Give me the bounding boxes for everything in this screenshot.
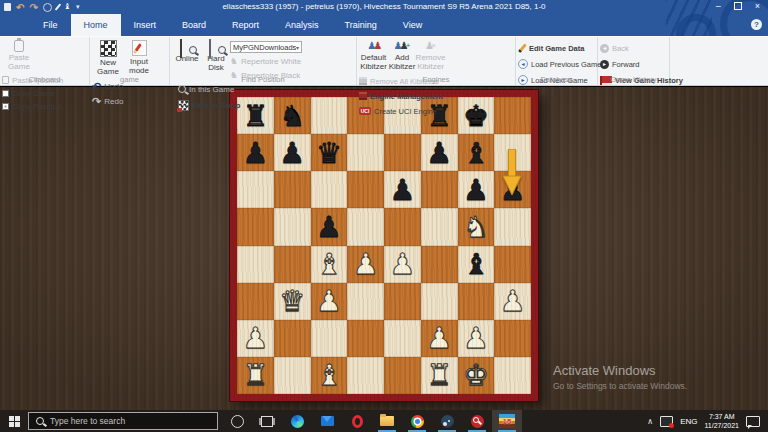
board-square-f6[interactable] xyxy=(421,171,458,208)
taskbar: Type here to search 15 ∧ ENG 7:37 AM 11/… xyxy=(0,410,768,432)
white-king[interactable]: ♚ xyxy=(463,357,489,393)
new-game-icon xyxy=(100,40,117,57)
key-app-button[interactable] xyxy=(462,410,492,432)
black-rook[interactable]: ♜ xyxy=(242,98,268,134)
board-square-g5[interactable]: ♞ xyxy=(458,208,495,245)
white-pawn[interactable]: ♟ xyxy=(353,246,379,282)
board-square-c8[interactable] xyxy=(311,97,348,134)
black-bishop[interactable]: ♝ xyxy=(463,246,489,282)
white-rook[interactable]: ♜ xyxy=(426,357,452,393)
board-square-h1[interactable] xyxy=(494,357,531,394)
chrome-icon xyxy=(411,415,424,428)
white-queen[interactable]: ♛ xyxy=(279,283,305,319)
board-square-a8[interactable]: ♜ xyxy=(237,97,274,134)
paste-icon xyxy=(14,40,24,52)
board-grid: ♜♞♜♚♟♟♛♟♝♟♟♟♟♞♝♟♟♝♛♟♟♟♟♟♜♝♜♚ xyxy=(237,97,531,394)
black-pawn[interactable]: ♟ xyxy=(426,135,452,171)
pgn-combo-value: MyPGNDownloads xyxy=(233,43,296,52)
create-uci-engine-button[interactable]: UCI Create UCI Engine xyxy=(359,105,443,117)
board-square-h7[interactable] xyxy=(494,134,531,171)
board-square-f5[interactable] xyxy=(421,208,458,245)
black-pawn[interactable]: ♟ xyxy=(242,135,268,171)
paste-game-button[interactable]: Paste Game xyxy=(2,39,36,72)
board-square-h5[interactable] xyxy=(494,208,531,245)
black-queen[interactable]: ♛ xyxy=(316,135,342,171)
white-knight[interactable]: ♞ xyxy=(463,209,489,245)
search-placeholder: Type here to search xyxy=(50,416,125,426)
back-button[interactable]: ◂ Back xyxy=(600,42,683,54)
board-square-a6[interactable] xyxy=(237,171,274,208)
board-square-c4[interactable]: ♝ xyxy=(311,246,348,283)
board-square-c5[interactable]: ♟ xyxy=(311,208,348,245)
board-square-h2[interactable] xyxy=(494,320,531,357)
board-square-b2[interactable] xyxy=(274,320,311,357)
white-pawn[interactable]: ♟ xyxy=(463,320,489,356)
black-pawn[interactable]: ♟ xyxy=(279,135,305,171)
quick-access-toolbar: ↶ ↷ ♝ ▾ xyxy=(4,1,79,13)
white-pawn[interactable]: ♟ xyxy=(316,283,342,319)
board-square-h8[interactable] xyxy=(494,97,531,134)
white-pawn[interactable]: ♟ xyxy=(389,246,415,282)
tab-analysis[interactable]: Analysis xyxy=(272,14,332,36)
repertoire-white-button[interactable]: ♞ Repertoire White xyxy=(230,55,302,67)
board-square-c1[interactable]: ♝ xyxy=(311,357,348,394)
group-game: New Game Input mode ↶ Undo ↷ Redo game xyxy=(90,37,170,85)
board-square-d4[interactable]: ♟ xyxy=(347,246,384,283)
clock[interactable]: 7:37 AM 11/27/2021 xyxy=(704,412,739,430)
board-square-h6[interactable]: ♟ xyxy=(494,171,531,208)
black-knight[interactable]: ♞ xyxy=(279,98,305,134)
board-square-e1[interactable] xyxy=(384,357,421,394)
black-king[interactable]: ♚ xyxy=(463,98,489,134)
chess-board: ♜♞♜♚♟♟♛♟♝♟♟♟♟♞♝♟♟♝♛♟♟♟♟♟♜♝♜♚ xyxy=(230,90,538,401)
default-kibitzer-icon: ♟♟ xyxy=(368,40,380,52)
white-rook[interactable]: ♜ xyxy=(242,357,268,393)
board-square-a2[interactable]: ♟ xyxy=(237,320,274,357)
key-app-icon xyxy=(471,415,484,428)
repertoire-white-icon: ♞ xyxy=(230,57,238,66)
engine-management-icon xyxy=(359,92,367,100)
close-button[interactable]: × xyxy=(755,1,760,11)
tray-recorder-icon[interactable] xyxy=(660,416,673,427)
gear-icon[interactable] xyxy=(43,3,52,12)
board-square-g7[interactable]: ♝ xyxy=(458,134,495,171)
black-pawn[interactable]: ♟ xyxy=(500,172,526,208)
edit-game-data-button[interactable]: Edit Game Data xyxy=(518,42,601,54)
in-this-game-icon xyxy=(178,85,186,93)
board-square-g3[interactable] xyxy=(458,283,495,320)
undo-icon[interactable]: ↶ xyxy=(16,2,24,13)
board-square-d7[interactable] xyxy=(347,134,384,171)
board-square-a5[interactable] xyxy=(237,208,274,245)
load-previous-game-button[interactable]: ◂ Load Previous Game xyxy=(518,58,601,70)
board-square-b4[interactable] xyxy=(274,246,311,283)
search-icon xyxy=(36,417,44,425)
board-square-d1[interactable] xyxy=(347,357,384,394)
back-icon: ◂ xyxy=(600,44,609,53)
board-square-h4[interactable] xyxy=(494,246,531,283)
board-square-f3[interactable] xyxy=(421,283,458,320)
edge-icon xyxy=(291,415,304,428)
copy-position-button[interactable]: Copy Position xyxy=(2,100,63,112)
search-input[interactable]: Type here to search xyxy=(28,412,218,430)
white-pawn[interactable]: ♟ xyxy=(500,283,526,319)
steam-icon xyxy=(441,415,454,428)
tray-time: 7:37 AM xyxy=(709,413,735,420)
board-square-g6[interactable]: ♟ xyxy=(458,171,495,208)
board-square-b3[interactable]: ♛ xyxy=(274,283,311,320)
black-pawn[interactable]: ♟ xyxy=(316,209,342,245)
taskbar-icons: 15 xyxy=(222,410,522,432)
tab-home[interactable]: Home xyxy=(71,14,121,36)
remove-kibitzer-icon: ♟× xyxy=(425,40,436,52)
copy-position-icon xyxy=(2,103,9,110)
cortana-icon xyxy=(231,415,244,428)
board-square-g1[interactable]: ♚ xyxy=(458,357,495,394)
tab-insert[interactable]: Insert xyxy=(121,14,170,36)
ribbon: Paste Game Paste Position Copy Game Copy… xyxy=(0,36,768,86)
board-square-b5[interactable] xyxy=(274,208,311,245)
input-mode-button[interactable]: Input mode xyxy=(124,39,154,77)
edit-game-data-icon xyxy=(518,44,526,52)
board-square-f7[interactable]: ♟ xyxy=(421,134,458,171)
bishop-icon[interactable]: ♝ xyxy=(64,2,71,12)
board-square-d3[interactable] xyxy=(347,283,384,320)
find-in-shop-icon xyxy=(178,100,189,111)
system-tray: ∧ ENG 7:37 AM 11/27/2021 xyxy=(647,410,768,432)
white-pawn[interactable]: ♟ xyxy=(426,320,452,356)
ribbon-tabs: File Home Insert Board Report Analysis T… xyxy=(0,14,768,36)
board-square-d2[interactable] xyxy=(347,320,384,357)
board-square-c3[interactable]: ♟ xyxy=(311,283,348,320)
board-square-c6[interactable] xyxy=(311,171,348,208)
input-mode-icon xyxy=(132,40,147,56)
new-game-button[interactable]: New Game xyxy=(92,39,124,77)
copy-game-icon xyxy=(2,90,9,97)
restore-button[interactable] xyxy=(734,2,742,10)
board-square-h3[interactable]: ♟ xyxy=(494,283,531,320)
board-square-b7[interactable]: ♟ xyxy=(274,134,311,171)
board-square-d6[interactable] xyxy=(347,171,384,208)
board-square-g4[interactable]: ♝ xyxy=(458,246,495,283)
add-kibitzer-button[interactable]: ♟♟+ Add Kibitzer xyxy=(388,39,416,72)
hard-disk-icon xyxy=(209,40,224,53)
board-square-e3[interactable] xyxy=(384,283,421,320)
mail-icon xyxy=(321,416,334,426)
board-square-a4[interactable] xyxy=(237,246,274,283)
desktop: ↶ ↷ ♝ ▾ eliaschess333 (1957) - petreius … xyxy=(0,0,768,432)
board-square-e5[interactable] xyxy=(384,208,421,245)
group-clipboard: Paste Game Paste Position Copy Game Copy… xyxy=(0,37,90,85)
file-explorer-icon xyxy=(380,416,394,426)
board-square-e7[interactable] xyxy=(384,134,421,171)
board-square-e2[interactable] xyxy=(384,320,421,357)
opera-icon xyxy=(352,415,363,428)
pgn-combo[interactable]: MyPGNDownloads▾ xyxy=(230,41,302,53)
group-game-history: ◂ Back ▸ Forward View Game History Game … xyxy=(598,37,670,85)
redo-button[interactable]: ↷ Redo xyxy=(92,95,123,107)
pen-icon[interactable] xyxy=(54,3,61,10)
steam-button[interactable] xyxy=(432,410,462,432)
task-view-button[interactable] xyxy=(252,410,282,432)
qat-dropdown-icon[interactable]: ▾ xyxy=(76,3,80,11)
file-explorer-button[interactable] xyxy=(372,410,402,432)
action-center-icon[interactable] xyxy=(746,416,760,427)
combo-dropdown-icon[interactable]: ▾ xyxy=(296,44,299,51)
tab-training[interactable]: Training xyxy=(332,14,390,36)
opera-button[interactable] xyxy=(342,410,372,432)
language-indicator[interactable]: ENG xyxy=(680,417,697,426)
save-icon[interactable] xyxy=(4,3,11,11)
group-find-position: Online Hard Disk MyPGNDownloads▾ ♞ Reper… xyxy=(170,37,357,85)
redo-arrow-icon: ↷ xyxy=(92,96,101,106)
board-square-a1[interactable]: ♜ xyxy=(237,357,274,394)
group-engines: ♟♟ Default Kibitzer ♟♟+ Add Kibitzer ♟× … xyxy=(357,37,516,85)
activate-windows-watermark: Activate Windows Go to Settings to activ… xyxy=(553,363,687,391)
board-square-g2[interactable]: ♟ xyxy=(458,320,495,357)
engine-management-button[interactable]: Engine Management xyxy=(359,90,443,102)
board-square-b1[interactable] xyxy=(274,357,311,394)
board-square-c2[interactable] xyxy=(311,320,348,357)
board-square-b8[interactable]: ♞ xyxy=(274,97,311,134)
tab-board[interactable]: Board xyxy=(169,14,219,36)
arena-chess-button[interactable]: 15 xyxy=(492,410,522,432)
mail-button[interactable] xyxy=(312,410,342,432)
task-view-icon xyxy=(261,416,273,427)
app-background: ♜♞♜♚♟♟♛♟♝♟♟♟♟♞♝♟♟♝♛♟♟♟♟♟♜♝♜♚ Activate Wi… xyxy=(0,87,768,410)
redo-icon[interactable]: ↷ xyxy=(29,2,37,13)
hidden-icons-chevron[interactable]: ∧ xyxy=(647,417,653,426)
chrome-button[interactable] xyxy=(402,410,432,432)
forward-button[interactable]: ▸ Forward xyxy=(600,58,683,70)
help-icon[interactable]: ? xyxy=(751,19,762,30)
edge-button[interactable] xyxy=(282,410,312,432)
forward-icon: ▸ xyxy=(600,60,609,69)
cortana-button[interactable] xyxy=(222,410,252,432)
board-square-c7[interactable]: ♛ xyxy=(311,134,348,171)
board-square-a7[interactable]: ♟ xyxy=(237,134,274,171)
tab-file[interactable]: File xyxy=(30,14,71,36)
black-pawn[interactable]: ♟ xyxy=(463,172,489,208)
tray-date: 11/27/2021 xyxy=(704,422,739,429)
add-kibitzer-icon: ♟♟+ xyxy=(394,40,411,52)
white-pawn[interactable]: ♟ xyxy=(242,320,268,356)
board-square-f2[interactable]: ♟ xyxy=(421,320,458,357)
white-bishop[interactable]: ♝ xyxy=(316,246,342,282)
copy-game-button[interactable]: Copy Game xyxy=(2,87,63,99)
board-square-g8[interactable]: ♚ xyxy=(458,97,495,134)
board-square-f4[interactable] xyxy=(421,246,458,283)
board-square-e6[interactable]: ♟ xyxy=(384,171,421,208)
online-icon xyxy=(180,40,195,53)
tab-report[interactable]: Report xyxy=(219,14,272,36)
remove-kibitzer-button[interactable]: ♟× Remove Kibitzer xyxy=(416,39,445,72)
find-in-shop-button[interactable]: Find in Shop xyxy=(178,99,240,111)
default-kibitzer-button[interactable]: ♟♟ Default Kibitzer xyxy=(359,39,388,72)
minimize-button[interactable]: – xyxy=(716,1,721,11)
in-this-game-button[interactable]: In this Game xyxy=(178,83,240,95)
board-square-d5[interactable] xyxy=(347,208,384,245)
board-square-b6[interactable] xyxy=(274,171,311,208)
group-database: Edit Game Data ◂ Load Previous Game ▸ Lo… xyxy=(516,37,598,85)
create-uci-engine-icon: UCI xyxy=(359,107,371,115)
board-square-e4[interactable]: ♟ xyxy=(384,246,421,283)
tab-view[interactable]: View xyxy=(390,14,435,36)
black-bishop[interactable]: ♝ xyxy=(463,135,489,171)
arena-chess-icon: 15 xyxy=(499,414,515,428)
board-square-f1[interactable]: ♜ xyxy=(421,357,458,394)
window-title: eliaschess333 (1957) - petreius (1970), … xyxy=(0,2,768,11)
start-button[interactable] xyxy=(0,410,28,432)
white-bishop[interactable]: ♝ xyxy=(316,357,342,393)
load-previous-icon: ◂ xyxy=(518,59,528,69)
black-pawn[interactable]: ♟ xyxy=(389,172,415,208)
title-bar: ↶ ↷ ♝ ▾ eliaschess333 (1957) - petreius … xyxy=(0,0,768,14)
board-square-a3[interactable] xyxy=(237,283,274,320)
windows-logo-icon xyxy=(9,416,20,427)
